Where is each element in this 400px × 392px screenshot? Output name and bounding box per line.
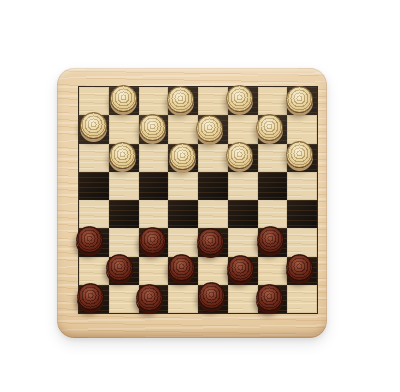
square-r4c8 — [287, 172, 317, 200]
square-r5c2[interactable] — [109, 200, 139, 228]
square-r5c8[interactable] — [287, 200, 317, 228]
checker-light-r3c8[interactable] — [286, 141, 313, 168]
square-r8c6 — [228, 285, 258, 313]
checker-dark-r7c6[interactable] — [227, 255, 254, 282]
square-r6c4 — [168, 228, 198, 256]
checker-light-r1c4[interactable] — [167, 86, 194, 113]
scene — [0, 0, 400, 392]
checker-dark-r6c3[interactable] — [139, 227, 166, 254]
checker-dark-r7c2[interactable] — [106, 254, 133, 281]
square-r3c5 — [198, 144, 228, 172]
square-r5c3 — [139, 200, 169, 228]
checker-light-r1c2[interactable] — [110, 85, 137, 112]
square-r2c8 — [287, 115, 317, 143]
square-r7c1 — [79, 257, 109, 285]
square-r2c2 — [109, 115, 139, 143]
checker-dark-r7c4[interactable] — [168, 254, 195, 281]
checker-dark-r6c7[interactable] — [257, 226, 284, 253]
square-r6c8 — [287, 228, 317, 256]
square-r6c6 — [228, 228, 258, 256]
square-r1c3 — [139, 87, 169, 115]
square-r3c1 — [79, 144, 109, 172]
square-r1c7 — [258, 87, 288, 115]
square-r2c6 — [228, 115, 258, 143]
square-r4c7[interactable] — [258, 172, 288, 200]
square-r5c7 — [258, 200, 288, 228]
square-r5c6[interactable] — [228, 200, 258, 228]
checker-light-r2c3[interactable] — [139, 114, 166, 141]
square-r4c4 — [168, 172, 198, 200]
checker-light-r1c6[interactable] — [226, 85, 253, 112]
checker-light-r1c8[interactable] — [286, 86, 313, 113]
square-r1c1 — [79, 87, 109, 115]
square-r4c5[interactable] — [198, 172, 228, 200]
square-r1c5 — [198, 87, 228, 115]
square-r8c8 — [287, 285, 317, 313]
square-r5c1 — [79, 200, 109, 228]
square-r3c3 — [139, 144, 169, 172]
square-r6c2 — [109, 228, 139, 256]
square-r8c4 — [168, 285, 198, 313]
square-r7c5 — [198, 257, 228, 285]
square-r3c7 — [258, 144, 288, 172]
square-r5c4[interactable] — [168, 200, 198, 228]
square-r4c2 — [109, 172, 139, 200]
checkers-board — [57, 68, 327, 338]
square-r2c4 — [168, 115, 198, 143]
checker-light-r3c6[interactable] — [226, 142, 253, 169]
play-area — [78, 86, 318, 314]
square-r7c3 — [139, 257, 169, 285]
square-r7c7 — [258, 257, 288, 285]
square-r5c5 — [198, 200, 228, 228]
square-r4c3[interactable] — [139, 172, 169, 200]
checker-light-r3c4[interactable] — [169, 143, 196, 170]
checker-light-r2c7[interactable] — [256, 114, 283, 141]
square-r4c6 — [228, 172, 258, 200]
square-r8c2 — [109, 285, 139, 313]
checker-light-r3c2[interactable] — [109, 142, 136, 169]
checker-dark-r7c8[interactable] — [286, 254, 313, 281]
square-r4c1[interactable] — [79, 172, 109, 200]
